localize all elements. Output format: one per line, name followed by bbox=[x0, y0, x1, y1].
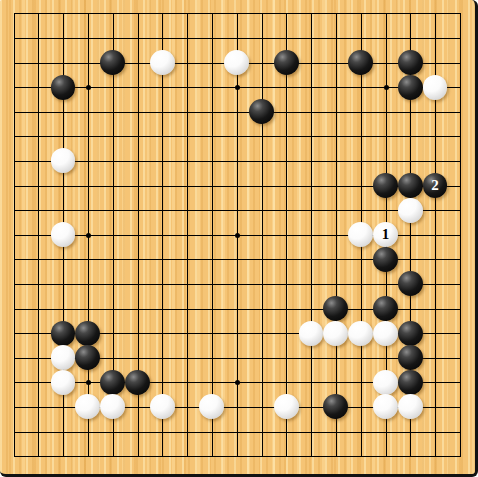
intersection-c12r7[interactable] bbox=[299, 173, 324, 198]
intersection-c14r2[interactable] bbox=[348, 50, 373, 75]
intersection-c6r13[interactable] bbox=[150, 321, 175, 346]
intersection-c10r18[interactable] bbox=[249, 444, 274, 469]
intersection-c6r11[interactable] bbox=[150, 272, 175, 297]
intersection-c6r1[interactable] bbox=[150, 26, 175, 51]
intersection-c18r16[interactable] bbox=[447, 395, 472, 420]
intersection-c3r17[interactable] bbox=[75, 419, 100, 444]
intersection-c16r8[interactable] bbox=[398, 198, 423, 223]
intersection-c2r6[interactable] bbox=[51, 149, 76, 174]
intersection-c10r9[interactable] bbox=[249, 222, 274, 247]
intersection-c16r0[interactable] bbox=[398, 1, 423, 26]
intersection-c15r7[interactable] bbox=[373, 173, 398, 198]
intersection-c8r9[interactable] bbox=[199, 222, 224, 247]
intersection-c8r2[interactable] bbox=[199, 50, 224, 75]
intersection-c3r1[interactable] bbox=[75, 26, 100, 51]
intersection-c2r16[interactable] bbox=[51, 395, 76, 420]
intersection-c1r15[interactable] bbox=[26, 370, 51, 395]
intersection-c9r18[interactable] bbox=[224, 444, 249, 469]
intersection-c17r14[interactable] bbox=[423, 345, 448, 370]
intersection-c0r2[interactable] bbox=[1, 50, 26, 75]
intersection-c5r2[interactable] bbox=[125, 50, 150, 75]
intersection-c3r15[interactable] bbox=[75, 370, 100, 395]
intersection-c9r3[interactable] bbox=[224, 75, 249, 100]
intersection-c0r7[interactable] bbox=[1, 173, 26, 198]
intersection-c15r14[interactable] bbox=[373, 345, 398, 370]
intersection-c6r8[interactable] bbox=[150, 198, 175, 223]
intersection-c4r18[interactable] bbox=[100, 444, 125, 469]
intersection-c17r9[interactable] bbox=[423, 222, 448, 247]
intersection-c0r18[interactable] bbox=[1, 444, 26, 469]
intersection-c9r1[interactable] bbox=[224, 26, 249, 51]
intersection-c6r15[interactable] bbox=[150, 370, 175, 395]
intersection-c11r14[interactable] bbox=[274, 345, 299, 370]
intersection-c5r5[interactable] bbox=[125, 124, 150, 149]
intersection-c8r6[interactable] bbox=[199, 149, 224, 174]
intersection-c5r13[interactable] bbox=[125, 321, 150, 346]
intersection-c10r15[interactable] bbox=[249, 370, 274, 395]
intersection-c12r12[interactable] bbox=[299, 296, 324, 321]
intersection-c18r3[interactable] bbox=[447, 75, 472, 100]
intersection-c7r11[interactable] bbox=[175, 272, 200, 297]
intersection-c12r6[interactable] bbox=[299, 149, 324, 174]
intersection-c4r11[interactable] bbox=[100, 272, 125, 297]
intersection-c1r9[interactable] bbox=[26, 222, 51, 247]
intersection-c6r0[interactable] bbox=[150, 1, 175, 26]
intersection-c4r6[interactable] bbox=[100, 149, 125, 174]
intersection-c6r14[interactable] bbox=[150, 345, 175, 370]
intersection-c15r18[interactable] bbox=[373, 444, 398, 469]
intersection-c1r12[interactable] bbox=[26, 296, 51, 321]
intersection-c15r10[interactable] bbox=[373, 247, 398, 272]
intersection-c8r11[interactable] bbox=[199, 272, 224, 297]
intersection-c11r10[interactable] bbox=[274, 247, 299, 272]
intersection-c18r18[interactable] bbox=[447, 444, 472, 469]
intersection-c1r10[interactable] bbox=[26, 247, 51, 272]
intersection-c4r16[interactable] bbox=[100, 395, 125, 420]
intersection-c5r15[interactable] bbox=[125, 370, 150, 395]
intersection-c12r15[interactable] bbox=[299, 370, 324, 395]
intersection-c6r16[interactable] bbox=[150, 395, 175, 420]
intersection-c5r6[interactable] bbox=[125, 149, 150, 174]
intersection-c18r5[interactable] bbox=[447, 124, 472, 149]
intersection-c18r0[interactable] bbox=[447, 1, 472, 26]
intersection-c10r17[interactable] bbox=[249, 419, 274, 444]
intersection-c5r8[interactable] bbox=[125, 198, 150, 223]
intersection-c10r10[interactable] bbox=[249, 247, 274, 272]
intersection-c1r13[interactable] bbox=[26, 321, 51, 346]
intersection-c7r9[interactable] bbox=[175, 222, 200, 247]
intersection-c9r10[interactable] bbox=[224, 247, 249, 272]
intersection-c14r16[interactable] bbox=[348, 395, 373, 420]
intersection-c14r17[interactable] bbox=[348, 419, 373, 444]
intersection-c7r18[interactable] bbox=[175, 444, 200, 469]
intersection-c12r17[interactable] bbox=[299, 419, 324, 444]
intersection-c4r4[interactable] bbox=[100, 99, 125, 124]
intersection-c11r8[interactable] bbox=[274, 198, 299, 223]
intersection-c17r5[interactable] bbox=[423, 124, 448, 149]
intersection-c17r12[interactable] bbox=[423, 296, 448, 321]
intersection-c0r14[interactable] bbox=[1, 345, 26, 370]
intersection-c3r10[interactable] bbox=[75, 247, 100, 272]
intersection-c18r17[interactable] bbox=[447, 419, 472, 444]
intersection-c10r7[interactable] bbox=[249, 173, 274, 198]
intersection-c12r16[interactable] bbox=[299, 395, 324, 420]
intersection-c13r1[interactable] bbox=[323, 26, 348, 51]
intersection-c7r17[interactable] bbox=[175, 419, 200, 444]
intersection-c8r13[interactable] bbox=[199, 321, 224, 346]
intersection-c13r8[interactable] bbox=[323, 198, 348, 223]
intersection-c10r12[interactable] bbox=[249, 296, 274, 321]
intersection-c1r18[interactable] bbox=[26, 444, 51, 469]
intersection-c15r17[interactable] bbox=[373, 419, 398, 444]
intersection-c10r13[interactable] bbox=[249, 321, 274, 346]
intersection-c12r8[interactable] bbox=[299, 198, 324, 223]
intersection-c5r3[interactable] bbox=[125, 75, 150, 100]
intersection-c18r14[interactable] bbox=[447, 345, 472, 370]
intersection-c16r9[interactable] bbox=[398, 222, 423, 247]
intersection-c12r0[interactable] bbox=[299, 1, 324, 26]
intersection-c8r7[interactable] bbox=[199, 173, 224, 198]
intersection-c6r4[interactable] bbox=[150, 99, 175, 124]
intersection-c14r12[interactable] bbox=[348, 296, 373, 321]
intersection-c16r15[interactable] bbox=[398, 370, 423, 395]
intersection-c9r5[interactable] bbox=[224, 124, 249, 149]
intersection-c13r12[interactable] bbox=[323, 296, 348, 321]
intersection-c18r6[interactable] bbox=[447, 149, 472, 174]
intersection-c6r5[interactable] bbox=[150, 124, 175, 149]
intersection-c9r2[interactable] bbox=[224, 50, 249, 75]
intersection-c5r17[interactable] bbox=[125, 419, 150, 444]
intersection-c13r15[interactable] bbox=[323, 370, 348, 395]
intersection-c0r8[interactable] bbox=[1, 198, 26, 223]
intersection-c4r15[interactable] bbox=[100, 370, 125, 395]
intersection-c6r10[interactable] bbox=[150, 247, 175, 272]
intersection-c2r13[interactable] bbox=[51, 321, 76, 346]
intersection-c17r1[interactable] bbox=[423, 26, 448, 51]
intersection-c14r18[interactable] bbox=[348, 444, 373, 469]
intersection-c15r6[interactable] bbox=[373, 149, 398, 174]
intersection-c17r17[interactable] bbox=[423, 419, 448, 444]
intersection-c11r16[interactable] bbox=[274, 395, 299, 420]
intersection-c11r12[interactable] bbox=[274, 296, 299, 321]
intersection-c4r2[interactable] bbox=[100, 50, 125, 75]
intersection-c0r12[interactable] bbox=[1, 296, 26, 321]
intersection-c9r13[interactable] bbox=[224, 321, 249, 346]
intersection-c5r4[interactable] bbox=[125, 99, 150, 124]
intersection-c10r1[interactable] bbox=[249, 26, 274, 51]
intersection-c13r4[interactable] bbox=[323, 99, 348, 124]
intersection-c7r7[interactable] bbox=[175, 173, 200, 198]
intersection-c14r8[interactable] bbox=[348, 198, 373, 223]
intersection-c13r11[interactable] bbox=[323, 272, 348, 297]
intersection-c16r4[interactable] bbox=[398, 99, 423, 124]
intersection-c2r2[interactable] bbox=[51, 50, 76, 75]
intersection-c8r0[interactable] bbox=[199, 1, 224, 26]
intersection-c9r14[interactable] bbox=[224, 345, 249, 370]
intersection-c9r15[interactable] bbox=[224, 370, 249, 395]
intersection-c17r11[interactable] bbox=[423, 272, 448, 297]
intersection-c18r7[interactable] bbox=[447, 173, 472, 198]
intersection-c11r17[interactable] bbox=[274, 419, 299, 444]
intersection-c7r14[interactable] bbox=[175, 345, 200, 370]
intersection-c2r12[interactable] bbox=[51, 296, 76, 321]
intersection-c7r1[interactable] bbox=[175, 26, 200, 51]
intersection-c12r3[interactable] bbox=[299, 75, 324, 100]
intersection-c1r3[interactable] bbox=[26, 75, 51, 100]
intersection-c18r2[interactable] bbox=[447, 50, 472, 75]
intersection-c11r15[interactable] bbox=[274, 370, 299, 395]
intersection-c2r7[interactable] bbox=[51, 173, 76, 198]
intersection-c8r18[interactable] bbox=[199, 444, 224, 469]
intersection-c1r5[interactable] bbox=[26, 124, 51, 149]
intersection-c15r15[interactable] bbox=[373, 370, 398, 395]
intersection-c15r3[interactable] bbox=[373, 75, 398, 100]
intersection-c17r16[interactable] bbox=[423, 395, 448, 420]
intersection-c11r1[interactable] bbox=[274, 26, 299, 51]
intersection-c15r5[interactable] bbox=[373, 124, 398, 149]
intersection-c1r6[interactable] bbox=[26, 149, 51, 174]
intersection-c3r16[interactable] bbox=[75, 395, 100, 420]
intersection-c9r4[interactable] bbox=[224, 99, 249, 124]
intersection-c8r3[interactable] bbox=[199, 75, 224, 100]
intersection-c14r10[interactable] bbox=[348, 247, 373, 272]
intersection-c2r11[interactable] bbox=[51, 272, 76, 297]
intersection-c14r3[interactable] bbox=[348, 75, 373, 100]
intersection-c0r15[interactable] bbox=[1, 370, 26, 395]
intersection-c8r15[interactable] bbox=[199, 370, 224, 395]
intersection-c13r13[interactable] bbox=[323, 321, 348, 346]
intersection-c9r9[interactable] bbox=[224, 222, 249, 247]
intersection-c11r13[interactable] bbox=[274, 321, 299, 346]
intersection-c1r2[interactable] bbox=[26, 50, 51, 75]
intersection-c14r1[interactable] bbox=[348, 26, 373, 51]
intersection-c5r10[interactable] bbox=[125, 247, 150, 272]
intersection-c10r11[interactable] bbox=[249, 272, 274, 297]
intersection-c10r14[interactable] bbox=[249, 345, 274, 370]
intersection-c0r5[interactable] bbox=[1, 124, 26, 149]
intersection-c3r8[interactable] bbox=[75, 198, 100, 223]
intersection-c10r3[interactable] bbox=[249, 75, 274, 100]
intersection-c0r9[interactable] bbox=[1, 222, 26, 247]
intersection-c12r13[interactable] bbox=[299, 321, 324, 346]
intersection-c7r13[interactable] bbox=[175, 321, 200, 346]
intersection-c13r7[interactable] bbox=[323, 173, 348, 198]
intersection-c12r5[interactable] bbox=[299, 124, 324, 149]
intersection-c4r3[interactable] bbox=[100, 75, 125, 100]
intersection-c16r5[interactable] bbox=[398, 124, 423, 149]
intersection-c16r10[interactable] bbox=[398, 247, 423, 272]
intersection-c8r8[interactable] bbox=[199, 198, 224, 223]
intersection-c4r5[interactable] bbox=[100, 124, 125, 149]
intersection-c13r3[interactable] bbox=[323, 75, 348, 100]
intersection-c17r6[interactable] bbox=[423, 149, 448, 174]
intersection-c4r1[interactable] bbox=[100, 26, 125, 51]
intersection-c15r2[interactable] bbox=[373, 50, 398, 75]
intersection-c11r6[interactable] bbox=[274, 149, 299, 174]
intersection-c2r17[interactable] bbox=[51, 419, 76, 444]
intersection-c2r14[interactable] bbox=[51, 345, 76, 370]
intersection-c5r1[interactable] bbox=[125, 26, 150, 51]
intersection-c9r16[interactable] bbox=[224, 395, 249, 420]
intersection-c8r4[interactable] bbox=[199, 99, 224, 124]
intersection-c13r16[interactable] bbox=[323, 395, 348, 420]
intersection-c12r14[interactable] bbox=[299, 345, 324, 370]
intersection-c13r6[interactable] bbox=[323, 149, 348, 174]
intersection-c16r3[interactable] bbox=[398, 75, 423, 100]
intersection-c16r18[interactable] bbox=[398, 444, 423, 469]
intersection-c13r0[interactable] bbox=[323, 1, 348, 26]
intersection-c18r8[interactable] bbox=[447, 198, 472, 223]
intersection-c3r3[interactable] bbox=[75, 75, 100, 100]
intersection-c6r18[interactable] bbox=[150, 444, 175, 469]
intersection-c9r12[interactable] bbox=[224, 296, 249, 321]
intersection-c14r5[interactable] bbox=[348, 124, 373, 149]
intersection-c9r6[interactable] bbox=[224, 149, 249, 174]
intersection-c1r14[interactable] bbox=[26, 345, 51, 370]
intersection-c10r6[interactable] bbox=[249, 149, 274, 174]
intersection-c18r10[interactable] bbox=[447, 247, 472, 272]
intersection-c13r18[interactable] bbox=[323, 444, 348, 469]
intersection-c14r0[interactable] bbox=[348, 1, 373, 26]
intersection-c13r14[interactable] bbox=[323, 345, 348, 370]
intersection-c10r8[interactable] bbox=[249, 198, 274, 223]
intersection-c13r9[interactable] bbox=[323, 222, 348, 247]
intersection-c3r7[interactable] bbox=[75, 173, 100, 198]
intersection-c9r8[interactable] bbox=[224, 198, 249, 223]
intersection-c17r7[interactable]: 2 bbox=[423, 173, 448, 198]
intersection-c11r7[interactable] bbox=[274, 173, 299, 198]
intersection-c12r2[interactable] bbox=[299, 50, 324, 75]
intersection-c2r15[interactable] bbox=[51, 370, 76, 395]
intersection-c10r5[interactable] bbox=[249, 124, 274, 149]
intersection-c0r3[interactable] bbox=[1, 75, 26, 100]
intersection-c13r10[interactable] bbox=[323, 247, 348, 272]
intersection-c17r10[interactable] bbox=[423, 247, 448, 272]
intersection-c2r10[interactable] bbox=[51, 247, 76, 272]
intersection-c3r2[interactable] bbox=[75, 50, 100, 75]
intersection-c3r6[interactable] bbox=[75, 149, 100, 174]
intersection-c7r5[interactable] bbox=[175, 124, 200, 149]
intersection-c6r12[interactable] bbox=[150, 296, 175, 321]
intersection-c7r12[interactable] bbox=[175, 296, 200, 321]
intersection-c8r5[interactable] bbox=[199, 124, 224, 149]
intersection-c2r3[interactable] bbox=[51, 75, 76, 100]
intersection-c8r10[interactable] bbox=[199, 247, 224, 272]
intersection-c7r3[interactable] bbox=[175, 75, 200, 100]
intersection-c1r0[interactable] bbox=[26, 1, 51, 26]
intersection-c17r15[interactable] bbox=[423, 370, 448, 395]
intersection-c7r6[interactable] bbox=[175, 149, 200, 174]
intersection-c16r13[interactable] bbox=[398, 321, 423, 346]
intersection-c9r7[interactable] bbox=[224, 173, 249, 198]
intersection-c15r8[interactable] bbox=[373, 198, 398, 223]
intersection-c3r9[interactable] bbox=[75, 222, 100, 247]
intersection-c11r2[interactable] bbox=[274, 50, 299, 75]
intersection-c4r17[interactable] bbox=[100, 419, 125, 444]
intersection-c6r17[interactable] bbox=[150, 419, 175, 444]
intersection-c11r0[interactable] bbox=[274, 1, 299, 26]
intersection-c16r2[interactable] bbox=[398, 50, 423, 75]
intersection-c3r4[interactable] bbox=[75, 99, 100, 124]
intersection-c11r11[interactable] bbox=[274, 272, 299, 297]
intersection-c8r16[interactable] bbox=[199, 395, 224, 420]
intersection-c9r17[interactable] bbox=[224, 419, 249, 444]
intersection-c14r13[interactable] bbox=[348, 321, 373, 346]
intersection-c13r5[interactable] bbox=[323, 124, 348, 149]
intersection-c9r0[interactable] bbox=[224, 1, 249, 26]
intersection-c7r2[interactable] bbox=[175, 50, 200, 75]
intersection-c3r0[interactable] bbox=[75, 1, 100, 26]
intersection-c8r12[interactable] bbox=[199, 296, 224, 321]
intersection-c0r16[interactable] bbox=[1, 395, 26, 420]
intersection-c16r14[interactable] bbox=[398, 345, 423, 370]
intersection-c14r6[interactable] bbox=[348, 149, 373, 174]
intersection-c7r0[interactable] bbox=[175, 1, 200, 26]
intersection-c3r5[interactable] bbox=[75, 124, 100, 149]
intersection-c6r2[interactable] bbox=[150, 50, 175, 75]
intersection-c2r1[interactable] bbox=[51, 26, 76, 51]
intersection-c17r0[interactable] bbox=[423, 1, 448, 26]
intersection-c6r3[interactable] bbox=[150, 75, 175, 100]
intersection-c13r2[interactable] bbox=[323, 50, 348, 75]
intersection-c0r13[interactable] bbox=[1, 321, 26, 346]
intersection-c2r4[interactable] bbox=[51, 99, 76, 124]
intersection-c4r12[interactable] bbox=[100, 296, 125, 321]
intersection-c7r8[interactable] bbox=[175, 198, 200, 223]
intersection-c3r11[interactable] bbox=[75, 272, 100, 297]
intersection-c4r9[interactable] bbox=[100, 222, 125, 247]
intersection-c11r4[interactable] bbox=[274, 99, 299, 124]
intersection-c16r12[interactable] bbox=[398, 296, 423, 321]
intersection-c15r16[interactable] bbox=[373, 395, 398, 420]
intersection-c3r13[interactable] bbox=[75, 321, 100, 346]
intersection-c5r14[interactable] bbox=[125, 345, 150, 370]
intersection-c0r10[interactable] bbox=[1, 247, 26, 272]
intersection-c11r9[interactable] bbox=[274, 222, 299, 247]
intersection-c15r0[interactable] bbox=[373, 1, 398, 26]
intersection-c18r1[interactable] bbox=[447, 26, 472, 51]
intersection-c0r17[interactable] bbox=[1, 419, 26, 444]
intersection-c2r0[interactable] bbox=[51, 1, 76, 26]
intersection-c1r1[interactable] bbox=[26, 26, 51, 51]
intersection-c7r15[interactable] bbox=[175, 370, 200, 395]
intersection-c1r11[interactable] bbox=[26, 272, 51, 297]
intersection-c4r0[interactable] bbox=[100, 1, 125, 26]
intersection-c5r18[interactable] bbox=[125, 444, 150, 469]
intersection-c0r1[interactable] bbox=[1, 26, 26, 51]
intersection-c12r18[interactable] bbox=[299, 444, 324, 469]
intersection-c11r18[interactable] bbox=[274, 444, 299, 469]
intersection-c12r9[interactable] bbox=[299, 222, 324, 247]
intersection-c14r11[interactable] bbox=[348, 272, 373, 297]
intersection-c5r11[interactable] bbox=[125, 272, 150, 297]
intersection-c18r9[interactable] bbox=[447, 222, 472, 247]
intersection-c7r10[interactable] bbox=[175, 247, 200, 272]
intersection-c4r7[interactable] bbox=[100, 173, 125, 198]
intersection-c14r7[interactable] bbox=[348, 173, 373, 198]
intersection-c18r12[interactable] bbox=[447, 296, 472, 321]
intersection-c16r7[interactable] bbox=[398, 173, 423, 198]
intersection-c3r18[interactable] bbox=[75, 444, 100, 469]
intersection-c18r13[interactable] bbox=[447, 321, 472, 346]
intersection-c0r4[interactable] bbox=[1, 99, 26, 124]
intersection-c2r9[interactable] bbox=[51, 222, 76, 247]
intersection-c12r10[interactable] bbox=[299, 247, 324, 272]
intersection-c17r18[interactable] bbox=[423, 444, 448, 469]
intersection-c10r2[interactable] bbox=[249, 50, 274, 75]
intersection-c3r14[interactable] bbox=[75, 345, 100, 370]
intersection-c17r13[interactable] bbox=[423, 321, 448, 346]
